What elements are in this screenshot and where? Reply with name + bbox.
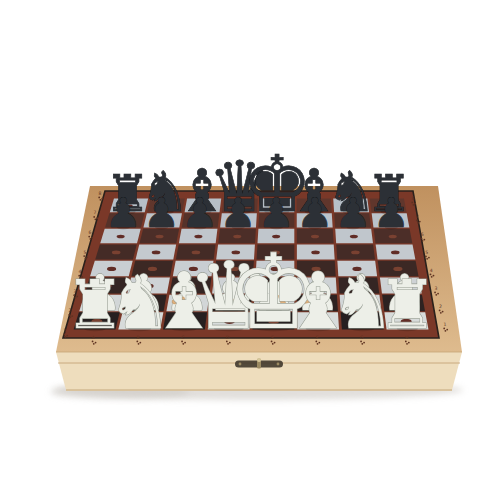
piece-black-pawn-a7[interactable]: ♟ [105, 189, 142, 237]
svg-text:7: 7 [94, 210, 97, 215]
piece-black-pawn-d7[interactable]: ♟ [220, 189, 257, 237]
peg-hole [112, 251, 121, 255]
svg-text:8: 8 [412, 196, 415, 201]
svg-text:5: 5 [84, 250, 87, 255]
svg-text:2: 2 [439, 304, 442, 309]
peg-hole [391, 251, 400, 255]
svg-text:5: 5 [425, 250, 428, 255]
box-front-face [56, 352, 462, 390]
svg-text:1: 1 [444, 322, 447, 327]
piece-black-pawn-g7[interactable]: ♟ [335, 189, 372, 237]
chess-board-scene: ABCDEFGH8765432187654321♜♞♝♛♚♝♞♜♟♟♟♟♟♟♟♟… [0, 0, 500, 500]
piece-black-pawn-h7[interactable]: ♟ [373, 189, 410, 237]
piece-black-pawn-f7[interactable]: ♟ [296, 189, 333, 237]
svg-text:6: 6 [89, 230, 92, 235]
piece-white-rook-h1[interactable]: ♜ [377, 266, 437, 344]
peg-hole [152, 251, 161, 255]
svg-text:6: 6 [421, 232, 424, 237]
peg-hole [351, 251, 360, 255]
svg-text:8: 8 [99, 191, 102, 196]
chess-set-photo: ABCDEFGH8765432187654321♜♞♝♛♚♝♞♜♟♟♟♟♟♟♟♟… [0, 0, 500, 500]
svg-text:7: 7 [416, 214, 419, 219]
piece-black-pawn-b7[interactable]: ♟ [143, 189, 180, 237]
piece-black-pawn-c7[interactable]: ♟ [182, 189, 219, 237]
piece-black-pawn-e7[interactable]: ♟ [258, 189, 295, 237]
